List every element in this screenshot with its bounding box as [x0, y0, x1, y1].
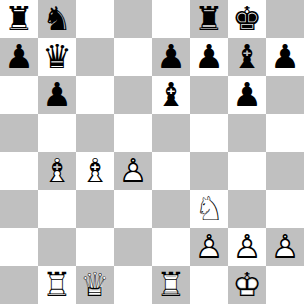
square-f6[interactable]: [190, 76, 228, 114]
square-h6[interactable]: [266, 76, 304, 114]
square-h1[interactable]: [266, 266, 304, 304]
piece-glyph-outline: ♖: [152, 266, 190, 304]
square-c4[interactable]: ♝♗: [76, 152, 114, 190]
square-h4[interactable]: [266, 152, 304, 190]
square-a5[interactable]: [0, 114, 38, 152]
square-c2[interactable]: [76, 228, 114, 266]
square-a2[interactable]: [0, 228, 38, 266]
square-f5[interactable]: [190, 114, 228, 152]
square-c5[interactable]: [76, 114, 114, 152]
square-a6[interactable]: [0, 76, 38, 114]
square-d4[interactable]: ♟♙: [114, 152, 152, 190]
piece-black-knight: ♞: [38, 0, 76, 38]
piece-glyph: ♟: [152, 38, 190, 76]
square-e2[interactable]: [152, 228, 190, 266]
square-g4[interactable]: [228, 152, 266, 190]
piece-white-knight: ♞♘: [190, 190, 228, 228]
piece-glyph-outline: ♕: [76, 266, 114, 304]
square-h7[interactable]: ♟: [266, 38, 304, 76]
piece-glyph-outline: ♙: [190, 228, 228, 266]
square-d2[interactable]: [114, 228, 152, 266]
piece-glyph-outline: ♙: [114, 152, 152, 190]
piece-black-pawn: ♟: [228, 76, 266, 114]
square-f1[interactable]: [190, 266, 228, 304]
square-g1[interactable]: ♚♔: [228, 266, 266, 304]
square-h3[interactable]: [266, 190, 304, 228]
square-d6[interactable]: [114, 76, 152, 114]
piece-white-queen: ♛♕: [76, 266, 114, 304]
piece-glyph: ♟: [0, 38, 38, 76]
piece-white-pawn: ♟♙: [190, 228, 228, 266]
piece-white-rook: ♜♖: [38, 266, 76, 304]
piece-glyph: ♟: [38, 76, 76, 114]
piece-white-bishop: ♝♗: [38, 152, 76, 190]
square-h8[interactable]: [266, 0, 304, 38]
square-b6[interactable]: ♟: [38, 76, 76, 114]
piece-black-pawn: ♟: [190, 38, 228, 76]
square-c8[interactable]: [76, 0, 114, 38]
piece-glyph: ♜: [0, 0, 38, 38]
square-f4[interactable]: [190, 152, 228, 190]
piece-glyph: ♟: [266, 38, 304, 76]
square-b3[interactable]: [38, 190, 76, 228]
piece-glyph: ♜: [190, 0, 228, 38]
square-h2[interactable]: ♟♙: [266, 228, 304, 266]
square-a3[interactable]: [0, 190, 38, 228]
square-g6[interactable]: ♟: [228, 76, 266, 114]
square-a8[interactable]: ♜: [0, 0, 38, 38]
square-e3[interactable]: [152, 190, 190, 228]
square-b7[interactable]: ♛: [38, 38, 76, 76]
square-e4[interactable]: [152, 152, 190, 190]
piece-black-pawn: ♟: [38, 76, 76, 114]
piece-glyph-outline: ♘: [190, 190, 228, 228]
square-a4[interactable]: [0, 152, 38, 190]
square-f3[interactable]: ♞♘: [190, 190, 228, 228]
square-h5[interactable]: [266, 114, 304, 152]
chess-board: ♜♞♜♚♟♛♟♟♝♟♟♝♟♝♗♝♗♟♙♞♘♟♙♟♙♟♙♜♖♛♕♜♖♚♔: [0, 0, 304, 304]
square-b5[interactable]: [38, 114, 76, 152]
square-b1[interactable]: ♜♖: [38, 266, 76, 304]
piece-glyph-outline: ♗: [38, 152, 76, 190]
square-f8[interactable]: ♜: [190, 0, 228, 38]
piece-glyph: ♞: [38, 0, 76, 38]
piece-glyph-outline: ♙: [228, 228, 266, 266]
piece-glyph: ♝: [152, 76, 190, 114]
piece-black-rook: ♜: [0, 0, 38, 38]
piece-black-pawn: ♟: [0, 38, 38, 76]
square-g2[interactable]: ♟♙: [228, 228, 266, 266]
piece-white-king: ♚♔: [228, 266, 266, 304]
square-b8[interactable]: ♞: [38, 0, 76, 38]
piece-glyph: ♟: [190, 38, 228, 76]
square-c6[interactable]: [76, 76, 114, 114]
piece-black-bishop: ♝: [228, 38, 266, 76]
square-d1[interactable]: [114, 266, 152, 304]
square-e6[interactable]: ♝: [152, 76, 190, 114]
piece-black-pawn: ♟: [152, 38, 190, 76]
square-a7[interactable]: ♟: [0, 38, 38, 76]
piece-glyph: ♟: [228, 76, 266, 114]
square-g7[interactable]: ♝: [228, 38, 266, 76]
piece-glyph: ♚: [228, 0, 266, 38]
square-e1[interactable]: ♜♖: [152, 266, 190, 304]
piece-white-bishop: ♝♗: [76, 152, 114, 190]
piece-glyph: ♝: [228, 38, 266, 76]
square-c1[interactable]: ♛♕: [76, 266, 114, 304]
piece-white-rook: ♜♖: [152, 266, 190, 304]
square-a1[interactable]: [0, 266, 38, 304]
piece-white-pawn: ♟♙: [114, 152, 152, 190]
piece-white-pawn: ♟♙: [228, 228, 266, 266]
square-f2[interactable]: ♟♙: [190, 228, 228, 266]
square-e8[interactable]: [152, 0, 190, 38]
square-f7[interactable]: ♟: [190, 38, 228, 76]
piece-glyph-outline: ♙: [266, 228, 304, 266]
piece-black-king: ♚: [228, 0, 266, 38]
piece-glyph-outline: ♗: [76, 152, 114, 190]
square-e5[interactable]: [152, 114, 190, 152]
square-d3[interactable]: [114, 190, 152, 228]
square-d5[interactable]: [114, 114, 152, 152]
square-d8[interactable]: [114, 0, 152, 38]
square-e7[interactable]: ♟: [152, 38, 190, 76]
square-d7[interactable]: [114, 38, 152, 76]
square-b2[interactable]: [38, 228, 76, 266]
square-c3[interactable]: [76, 190, 114, 228]
square-g8[interactable]: ♚: [228, 0, 266, 38]
piece-black-bishop: ♝: [152, 76, 190, 114]
piece-black-rook: ♜: [190, 0, 228, 38]
square-c7[interactable]: [76, 38, 114, 76]
piece-white-pawn: ♟♙: [266, 228, 304, 266]
square-g5[interactable]: [228, 114, 266, 152]
piece-glyph: ♛: [38, 38, 76, 76]
square-g3[interactable]: [228, 190, 266, 228]
piece-black-queen: ♛: [38, 38, 76, 76]
square-b4[interactable]: ♝♗: [38, 152, 76, 190]
piece-glyph-outline: ♔: [228, 266, 266, 304]
piece-black-pawn: ♟: [266, 38, 304, 76]
piece-glyph-outline: ♖: [38, 266, 76, 304]
